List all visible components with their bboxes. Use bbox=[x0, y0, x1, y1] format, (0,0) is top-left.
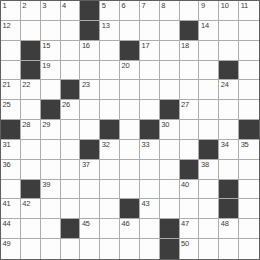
cell-r6c10[interactable]: 27 bbox=[180, 100, 200, 120]
cell-r12c2[interactable] bbox=[21, 219, 41, 239]
cell-r13c5[interactable] bbox=[80, 239, 100, 259]
black-cell-r11c7 bbox=[120, 199, 140, 219]
cell-r1c8[interactable]: 7 bbox=[140, 1, 160, 21]
cell-r2c4[interactable] bbox=[61, 21, 81, 41]
cell-r10c3[interactable]: 39 bbox=[41, 180, 61, 200]
cell-r12c6[interactable] bbox=[100, 219, 120, 239]
black-cell-r10c12 bbox=[219, 180, 239, 200]
cell-r9c3[interactable] bbox=[41, 160, 61, 180]
cell-r11c3[interactable] bbox=[41, 199, 61, 219]
cell-r8c2[interactable] bbox=[21, 140, 41, 160]
clue-number-4: 4 bbox=[62, 1, 66, 10]
clue-number-28: 28 bbox=[22, 120, 30, 129]
cell-r2c9[interactable] bbox=[160, 21, 180, 41]
clue-number-8: 8 bbox=[161, 1, 165, 10]
cell-r5c6[interactable] bbox=[100, 80, 120, 100]
cell-r8c8[interactable]: 33 bbox=[140, 140, 160, 160]
black-cell-r13c9 bbox=[160, 239, 180, 259]
cell-r8c4[interactable] bbox=[61, 140, 81, 160]
clue-number-16: 16 bbox=[82, 41, 90, 50]
black-cell-r3c7 bbox=[120, 41, 140, 61]
cell-r12c13[interactable] bbox=[239, 219, 259, 239]
cell-r10c10[interactable]: 40 bbox=[180, 180, 200, 200]
cell-r4c7[interactable]: 20 bbox=[120, 61, 140, 81]
cell-r4c4[interactable] bbox=[61, 61, 81, 81]
cell-r9c6[interactable] bbox=[100, 160, 120, 180]
black-cell-r8c5 bbox=[80, 140, 100, 160]
cell-r10c5[interactable] bbox=[80, 180, 100, 200]
cell-r1c10[interactable] bbox=[180, 1, 200, 21]
cell-r3c1[interactable] bbox=[1, 41, 21, 61]
black-cell-r6c9 bbox=[160, 100, 180, 120]
clue-number-1: 1 bbox=[3, 1, 7, 10]
clue-number-48: 48 bbox=[221, 219, 229, 228]
cell-r12c3[interactable] bbox=[41, 219, 61, 239]
cell-r7c9[interactable]: 30 bbox=[160, 120, 180, 140]
cell-r10c1[interactable] bbox=[1, 180, 21, 200]
clue-number-17: 17 bbox=[141, 41, 149, 50]
clue-number-10: 10 bbox=[221, 1, 229, 10]
cell-r5c2[interactable]: 22 bbox=[21, 80, 41, 100]
clue-number-31: 31 bbox=[3, 140, 11, 149]
clue-number-11: 11 bbox=[241, 1, 248, 10]
cell-r1c11[interactable]: 9 bbox=[199, 1, 219, 21]
clue-number-15: 15 bbox=[42, 41, 50, 50]
clue-number-3: 3 bbox=[42, 1, 46, 10]
clue-number-38: 38 bbox=[201, 160, 209, 169]
cell-r2c8[interactable] bbox=[140, 21, 160, 41]
clue-number-22: 22 bbox=[22, 80, 30, 89]
cell-r7c5[interactable] bbox=[80, 120, 100, 140]
cell-r10c9[interactable] bbox=[160, 180, 180, 200]
cell-r8c7[interactable] bbox=[120, 140, 140, 160]
cell-r11c8[interactable]: 43 bbox=[140, 199, 160, 219]
clue-number-14: 14 bbox=[201, 21, 209, 30]
black-cell-r5c4 bbox=[61, 80, 81, 100]
clue-number-6: 6 bbox=[122, 1, 126, 10]
cell-r6c4[interactable]: 26 bbox=[61, 100, 81, 120]
cell-r4c3[interactable]: 19 bbox=[41, 61, 61, 81]
clue-number-12: 12 bbox=[3, 21, 11, 30]
cell-r13c12[interactable] bbox=[219, 239, 239, 259]
clue-number-42: 42 bbox=[22, 199, 30, 208]
clue-number-39: 39 bbox=[42, 180, 50, 189]
cell-r9c11[interactable]: 38 bbox=[199, 160, 219, 180]
black-cell-r10c2 bbox=[21, 180, 41, 200]
cell-r4c9[interactable] bbox=[160, 61, 180, 81]
clue-number-43: 43 bbox=[141, 199, 149, 208]
cell-r1c13[interactable]: 11 bbox=[239, 1, 259, 21]
cell-r12c10[interactable]: 47 bbox=[180, 219, 200, 239]
black-cell-r6c3 bbox=[41, 100, 61, 120]
cell-r4c5[interactable] bbox=[80, 61, 100, 81]
cell-r9c7[interactable] bbox=[120, 160, 140, 180]
cell-r1c12[interactable]: 10 bbox=[219, 1, 239, 21]
cell-r2c7[interactable] bbox=[120, 21, 140, 41]
clue-number-26: 26 bbox=[62, 100, 70, 109]
clue-number-45: 45 bbox=[82, 219, 90, 228]
black-cell-r2c5 bbox=[80, 21, 100, 41]
cell-r5c3[interactable] bbox=[41, 80, 61, 100]
cell-r3c10[interactable]: 18 bbox=[180, 41, 200, 61]
cell-r6c5[interactable] bbox=[80, 100, 100, 120]
cell-r3c8[interactable]: 17 bbox=[140, 41, 160, 61]
cell-r2c13[interactable] bbox=[239, 21, 259, 41]
cell-r10c8[interactable] bbox=[140, 180, 160, 200]
clue-number-20: 20 bbox=[122, 61, 130, 70]
clue-number-32: 32 bbox=[102, 140, 110, 149]
cell-r10c7[interactable] bbox=[120, 180, 140, 200]
cell-r3c13[interactable] bbox=[239, 41, 259, 61]
cell-r7c2[interactable]: 28 bbox=[21, 120, 41, 140]
cell-r3c11[interactable] bbox=[199, 41, 219, 61]
black-cell-r12c4 bbox=[61, 219, 81, 239]
cell-r11c9[interactable] bbox=[160, 199, 180, 219]
cell-r13c11[interactable] bbox=[199, 239, 219, 259]
cell-r13c4[interactable] bbox=[61, 239, 81, 259]
cell-r4c8[interactable] bbox=[140, 61, 160, 81]
black-cell-r1c5 bbox=[80, 1, 100, 21]
clue-number-35: 35 bbox=[241, 140, 249, 149]
cell-r11c10[interactable] bbox=[180, 199, 200, 219]
clue-number-27: 27 bbox=[181, 100, 189, 109]
cell-r13c2[interactable] bbox=[21, 239, 41, 259]
clue-number-37: 37 bbox=[82, 160, 90, 169]
cell-r7c3[interactable]: 29 bbox=[41, 120, 61, 140]
cell-r2c2[interactable] bbox=[21, 21, 41, 41]
cell-r11c13[interactable] bbox=[239, 199, 259, 219]
clue-number-21: 21 bbox=[3, 80, 11, 89]
cell-r1c6[interactable]: 5 bbox=[100, 1, 120, 21]
clue-number-36: 36 bbox=[3, 160, 11, 169]
cell-r13c13[interactable] bbox=[239, 239, 259, 259]
cell-r7c10[interactable] bbox=[180, 120, 200, 140]
cell-r1c7[interactable]: 6 bbox=[120, 1, 140, 21]
cell-r5c7[interactable] bbox=[120, 80, 140, 100]
cell-r9c4[interactable] bbox=[61, 160, 81, 180]
cell-r3c4[interactable] bbox=[61, 41, 81, 61]
clue-number-9: 9 bbox=[201, 1, 205, 10]
black-cell-r9c10 bbox=[180, 160, 200, 180]
cell-r8c1[interactable]: 31 bbox=[1, 140, 21, 160]
black-cell-r4c2 bbox=[21, 61, 41, 81]
clue-number-41: 41 bbox=[3, 199, 11, 208]
cell-r3c9[interactable] bbox=[160, 41, 180, 61]
clue-number-19: 19 bbox=[42, 61, 50, 70]
black-cell-r3c2 bbox=[21, 41, 41, 61]
cell-r13c3[interactable] bbox=[41, 239, 61, 259]
black-cell-r7c8 bbox=[140, 120, 160, 140]
clue-number-29: 29 bbox=[42, 120, 50, 129]
cell-r11c5[interactable] bbox=[80, 199, 100, 219]
cell-r12c7[interactable]: 46 bbox=[120, 219, 140, 239]
cell-r2c6[interactable]: 13 bbox=[100, 21, 120, 41]
cell-r10c6[interactable] bbox=[100, 180, 120, 200]
cell-r8c13[interactable]: 35 bbox=[239, 140, 259, 160]
cell-r11c2[interactable]: 42 bbox=[21, 199, 41, 219]
clue-number-5: 5 bbox=[102, 1, 106, 10]
cell-r1c2[interactable]: 2 bbox=[21, 1, 41, 21]
cell-r10c11[interactable] bbox=[199, 180, 219, 200]
cell-r1c4[interactable]: 4 bbox=[61, 1, 81, 21]
cell-r9c12[interactable] bbox=[219, 160, 239, 180]
cell-r10c4[interactable] bbox=[61, 180, 81, 200]
black-cell-r4c12 bbox=[219, 61, 239, 81]
cell-r7c12[interactable] bbox=[219, 120, 239, 140]
crossword-grid: 1234567891011121314151617181920212223242… bbox=[0, 0, 260, 260]
cell-r8c6[interactable]: 32 bbox=[100, 140, 120, 160]
cell-r1c9[interactable]: 8 bbox=[160, 1, 180, 21]
cell-r6c6[interactable] bbox=[100, 100, 120, 120]
clue-number-7: 7 bbox=[141, 1, 145, 10]
cell-r1c3[interactable]: 3 bbox=[41, 1, 61, 21]
clue-number-18: 18 bbox=[181, 41, 189, 50]
black-cell-r11c12 bbox=[219, 199, 239, 219]
cell-r5c12[interactable]: 24 bbox=[219, 80, 239, 100]
cell-r4c1[interactable] bbox=[1, 61, 21, 81]
clue-number-23: 23 bbox=[82, 80, 90, 89]
cell-r2c11[interactable]: 14 bbox=[199, 21, 219, 41]
cell-r5c1[interactable]: 21 bbox=[1, 80, 21, 100]
cell-r6c1[interactable]: 25 bbox=[1, 100, 21, 120]
cell-r12c5[interactable]: 45 bbox=[80, 219, 100, 239]
black-cell-r12c9 bbox=[160, 219, 180, 239]
cell-r12c11[interactable] bbox=[199, 219, 219, 239]
cell-r12c8[interactable] bbox=[140, 219, 160, 239]
cell-r13c8[interactable] bbox=[140, 239, 160, 259]
cell-r7c11[interactable] bbox=[199, 120, 219, 140]
cell-r11c1[interactable]: 41 bbox=[1, 199, 21, 219]
cell-r13c6[interactable] bbox=[100, 239, 120, 259]
black-cell-r7c13 bbox=[239, 120, 259, 140]
cell-r5c13[interactable] bbox=[239, 80, 259, 100]
clue-number-33: 33 bbox=[141, 140, 149, 149]
clue-number-50: 50 bbox=[181, 239, 189, 248]
cell-r9c13[interactable] bbox=[239, 160, 259, 180]
cell-r13c7[interactable] bbox=[120, 239, 140, 259]
cell-r5c5[interactable]: 23 bbox=[80, 80, 100, 100]
cell-r4c13[interactable] bbox=[239, 61, 259, 81]
cell-r5c8[interactable] bbox=[140, 80, 160, 100]
clue-number-47: 47 bbox=[181, 219, 189, 228]
cell-r1c1[interactable]: 1 bbox=[1, 1, 21, 21]
cell-r5c10[interactable] bbox=[180, 80, 200, 100]
clue-number-49: 49 bbox=[3, 239, 11, 248]
cell-r6c8[interactable] bbox=[140, 100, 160, 120]
clue-number-46: 46 bbox=[122, 219, 130, 228]
clue-number-40: 40 bbox=[181, 180, 189, 189]
cell-r4c10[interactable] bbox=[180, 61, 200, 81]
clue-number-13: 13 bbox=[102, 21, 110, 30]
cell-r8c10[interactable] bbox=[180, 140, 200, 160]
cell-r8c12[interactable]: 34 bbox=[219, 140, 239, 160]
cell-r4c6[interactable] bbox=[100, 61, 120, 81]
cell-r9c9[interactable] bbox=[160, 160, 180, 180]
cell-r5c9[interactable] bbox=[160, 80, 180, 100]
clue-number-24: 24 bbox=[221, 80, 229, 89]
cell-r9c1[interactable]: 36 bbox=[1, 160, 21, 180]
cell-r3c3[interactable]: 15 bbox=[41, 41, 61, 61]
clue-number-30: 30 bbox=[161, 120, 169, 129]
cell-r5c11[interactable] bbox=[199, 80, 219, 100]
cell-r6c11[interactable] bbox=[199, 100, 219, 120]
cell-r4c11[interactable] bbox=[199, 61, 219, 81]
black-cell-r7c1 bbox=[1, 120, 21, 140]
cell-r9c8[interactable] bbox=[140, 160, 160, 180]
cell-r9c2[interactable] bbox=[21, 160, 41, 180]
cell-r8c9[interactable] bbox=[160, 140, 180, 160]
black-cell-r2c10 bbox=[180, 21, 200, 41]
cell-r7c7[interactable] bbox=[120, 120, 140, 140]
clue-number-25: 25 bbox=[3, 100, 11, 109]
cell-r12c1[interactable]: 44 bbox=[1, 219, 21, 239]
cell-r2c12[interactable] bbox=[219, 21, 239, 41]
cell-r6c7[interactable] bbox=[120, 100, 140, 120]
cell-r8c3[interactable] bbox=[41, 140, 61, 160]
cell-r6c13[interactable] bbox=[239, 100, 259, 120]
cell-r13c1[interactable]: 49 bbox=[1, 239, 21, 259]
clue-number-44: 44 bbox=[3, 219, 11, 228]
cell-r3c5[interactable]: 16 bbox=[80, 41, 100, 61]
cell-r7c4[interactable] bbox=[61, 120, 81, 140]
black-cell-r8c11 bbox=[199, 140, 219, 160]
black-cell-r7c6 bbox=[100, 120, 120, 140]
cell-r3c6[interactable] bbox=[100, 41, 120, 61]
clue-number-2: 2 bbox=[22, 1, 26, 10]
cell-r9c5[interactable]: 37 bbox=[80, 160, 100, 180]
cell-r6c2[interactable] bbox=[21, 100, 41, 120]
clue-number-34: 34 bbox=[221, 140, 229, 149]
cell-r13c10[interactable]: 50 bbox=[180, 239, 200, 259]
cell-r11c6[interactable] bbox=[100, 199, 120, 219]
cell-r2c3[interactable] bbox=[41, 21, 61, 41]
cell-r2c1[interactable]: 12 bbox=[1, 21, 21, 41]
cell-r11c11[interactable] bbox=[199, 199, 219, 219]
cell-r10c13[interactable] bbox=[239, 180, 259, 200]
cell-r11c4[interactable] bbox=[61, 199, 81, 219]
cell-r3c12[interactable] bbox=[219, 41, 239, 61]
cell-r12c12[interactable]: 48 bbox=[219, 219, 239, 239]
cell-r6c12[interactable] bbox=[219, 100, 239, 120]
